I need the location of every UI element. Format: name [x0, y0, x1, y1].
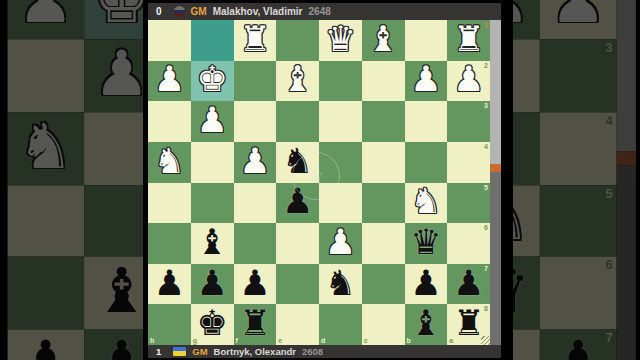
square-e6[interactable]: [276, 223, 319, 264]
square-b1[interactable]: [405, 20, 448, 61]
eval-white-section: [490, 20, 501, 164]
square-d3[interactable]: [319, 101, 362, 142]
evaluation-bar: [490, 20, 501, 345]
white-pawn-piece: ♟: [154, 62, 185, 97]
square-d4[interactable]: [319, 142, 362, 183]
square-d8[interactable]: d: [319, 304, 362, 345]
square-e2[interactable]: ♝: [276, 61, 319, 102]
square-a1[interactable]: ♜1: [447, 20, 490, 61]
rank-label-1: 1: [484, 21, 488, 28]
white-queen-piece: ♛: [325, 22, 356, 57]
square-d2[interactable]: [319, 61, 362, 102]
square-h1[interactable]: [148, 20, 191, 61]
square-g5[interactable]: [191, 183, 234, 224]
white-pawn-piece: ♟: [239, 144, 270, 179]
square-c1[interactable]: ♝: [362, 20, 405, 61]
bottom-player-score: 1: [156, 346, 161, 357]
black-rook-piece: ♜: [239, 306, 270, 341]
square-f6[interactable]: [234, 223, 277, 264]
square-d6[interactable]: ♟: [319, 223, 362, 264]
square-b6[interactable]: ♛: [405, 223, 448, 264]
eval-black-section: [490, 172, 501, 345]
square-f4[interactable]: ♟: [234, 142, 277, 183]
square-b5[interactable]: ♞: [405, 183, 448, 224]
square-e8[interactable]: e: [276, 304, 319, 345]
square-e4[interactable]: ♞: [276, 142, 319, 183]
chess-app-panel: 0 GM Malakhov, Vladimir 2648 ♜♛♝♜1♟♚♝♟♟2…: [143, 0, 513, 360]
black-pawn-piece: ♟: [196, 266, 227, 301]
black-bishop-piece: ♝: [196, 225, 227, 260]
square-c7[interactable]: [362, 264, 405, 305]
square-a7[interactable]: ♟7: [447, 264, 490, 305]
square-h5[interactable]: [148, 183, 191, 224]
top-player-bar: 0 GM Malakhov, Vladimir 2648: [148, 3, 501, 20]
white-rook-piece: ♜: [239, 22, 270, 57]
white-bishop-piece: ♝: [367, 22, 398, 57]
square-f8[interactable]: ♜f: [234, 304, 277, 345]
square-b7[interactable]: ♟: [405, 264, 448, 305]
square-b3[interactable]: [405, 101, 448, 142]
bottom-player-rating: 2608: [302, 346, 323, 357]
white-knight-piece: ♞: [154, 144, 185, 179]
rank-label-5: 5: [484, 184, 488, 191]
square-f1[interactable]: ♜: [234, 20, 277, 61]
rank-label-8: 8: [484, 305, 488, 312]
square-b2[interactable]: ♟: [405, 61, 448, 102]
square-g2[interactable]: ♚: [191, 61, 234, 102]
top-player-name: Malakhov, Vladimir: [213, 6, 303, 17]
square-c6[interactable]: [362, 223, 405, 264]
square-c2[interactable]: [362, 61, 405, 102]
bottom-player-name: Bortnyk, Olexandr: [214, 346, 296, 357]
file-label-f: f: [236, 337, 238, 344]
black-king-piece: ♚: [196, 306, 227, 341]
square-a5[interactable]: 5: [447, 183, 490, 224]
square-c5[interactable]: [362, 183, 405, 224]
square-a4[interactable]: 4: [447, 142, 490, 183]
black-pawn-piece: ♟: [410, 266, 441, 301]
rank-label-3: 3: [484, 102, 488, 109]
top-player-rating: 2648: [309, 6, 331, 17]
square-d7[interactable]: ♞: [319, 264, 362, 305]
square-g4[interactable]: [191, 142, 234, 183]
square-e5[interactable]: ♟: [276, 183, 319, 224]
white-pawn-piece: ♟: [410, 62, 441, 97]
bottom-player-title: GM: [192, 346, 207, 357]
square-g8[interactable]: ♚g: [191, 304, 234, 345]
chess-board[interactable]: ♜♛♝♜1♟♚♝♟♟2♟3♞♟♞4♟♞5♝♟♛6♟♟♟♞♟♟7h♚g♜fedc♝…: [148, 20, 490, 345]
black-pawn-piece: ♟: [282, 184, 313, 219]
square-f2[interactable]: [234, 61, 277, 102]
rank-label-6: 6: [484, 224, 488, 231]
square-g6[interactable]: ♝: [191, 223, 234, 264]
black-knight-piece: ♞: [325, 266, 356, 301]
square-e7[interactable]: [276, 264, 319, 305]
eval-marker: [490, 164, 501, 172]
square-c4[interactable]: [362, 142, 405, 183]
square-c3[interactable]: [362, 101, 405, 142]
square-f5[interactable]: [234, 183, 277, 224]
square-e1[interactable]: [276, 20, 319, 61]
square-a2[interactable]: ♟2: [447, 61, 490, 102]
square-d1[interactable]: ♛: [319, 20, 362, 61]
square-d5[interactable]: [319, 183, 362, 224]
square-f3[interactable]: [234, 101, 277, 142]
white-pawn-piece: ♟: [453, 62, 484, 97]
square-h7[interactable]: ♟: [148, 264, 191, 305]
white-bishop-piece: ♝: [282, 62, 313, 97]
black-rook-piece: ♜: [453, 306, 484, 341]
file-label-g: g: [193, 337, 197, 344]
file-label-b: b: [407, 337, 411, 344]
white-rook-piece: ♜: [453, 22, 484, 57]
black-pawn-piece: ♟: [154, 266, 185, 301]
black-pawn-piece: ♟: [453, 266, 484, 301]
russia-flag-icon: [174, 6, 185, 17]
square-g3[interactable]: ♟: [191, 101, 234, 142]
rank-label-2: 2: [484, 62, 488, 69]
top-player-title: GM: [191, 6, 207, 17]
square-e3[interactable]: [276, 101, 319, 142]
white-king-piece: ♚: [196, 62, 227, 97]
file-label-c: c: [364, 337, 368, 344]
rank-label-7: 7: [484, 265, 488, 272]
square-f7[interactable]: ♟: [234, 264, 277, 305]
top-player-score: 0: [156, 6, 162, 17]
rank-label-4: 4: [484, 143, 488, 150]
square-h8[interactable]: h: [148, 304, 191, 345]
square-a3[interactable]: 3: [447, 101, 490, 142]
ukraine-flag-icon: [173, 347, 186, 356]
square-b4[interactable]: [405, 142, 448, 183]
square-h2[interactable]: ♟: [148, 61, 191, 102]
square-a6[interactable]: 6: [447, 223, 490, 264]
black-bishop-piece: ♝: [410, 306, 441, 341]
white-pawn-piece: ♟: [196, 103, 227, 138]
bottom-player-bar: 1 GM Bortnyk, Olexandr 2608: [148, 345, 501, 358]
square-g1[interactable]: [191, 20, 234, 61]
square-g7[interactable]: ♟: [191, 264, 234, 305]
white-pawn-piece: ♟: [325, 225, 356, 260]
square-h6[interactable]: [148, 223, 191, 264]
file-label-d: d: [321, 337, 325, 344]
black-pawn-piece: ♟: [239, 266, 270, 301]
file-label-a: a: [449, 337, 453, 344]
file-label-h: h: [150, 337, 154, 344]
video-frame: 0 GM Malakhov, Vladimir 2648 ♜♛♝♜1♟♚♝♟♟2…: [0, 0, 640, 360]
file-label-e: e: [278, 337, 282, 344]
square-c8[interactable]: c: [362, 304, 405, 345]
black-queen-piece: ♛: [410, 225, 441, 260]
square-h4[interactable]: ♞: [148, 142, 191, 183]
square-b8[interactable]: ♝b: [405, 304, 448, 345]
black-knight-piece: ♞: [282, 144, 313, 179]
square-h3[interactable]: [148, 101, 191, 142]
board-resize-handle[interactable]: [481, 336, 490, 345]
white-knight-piece: ♞: [410, 184, 441, 219]
